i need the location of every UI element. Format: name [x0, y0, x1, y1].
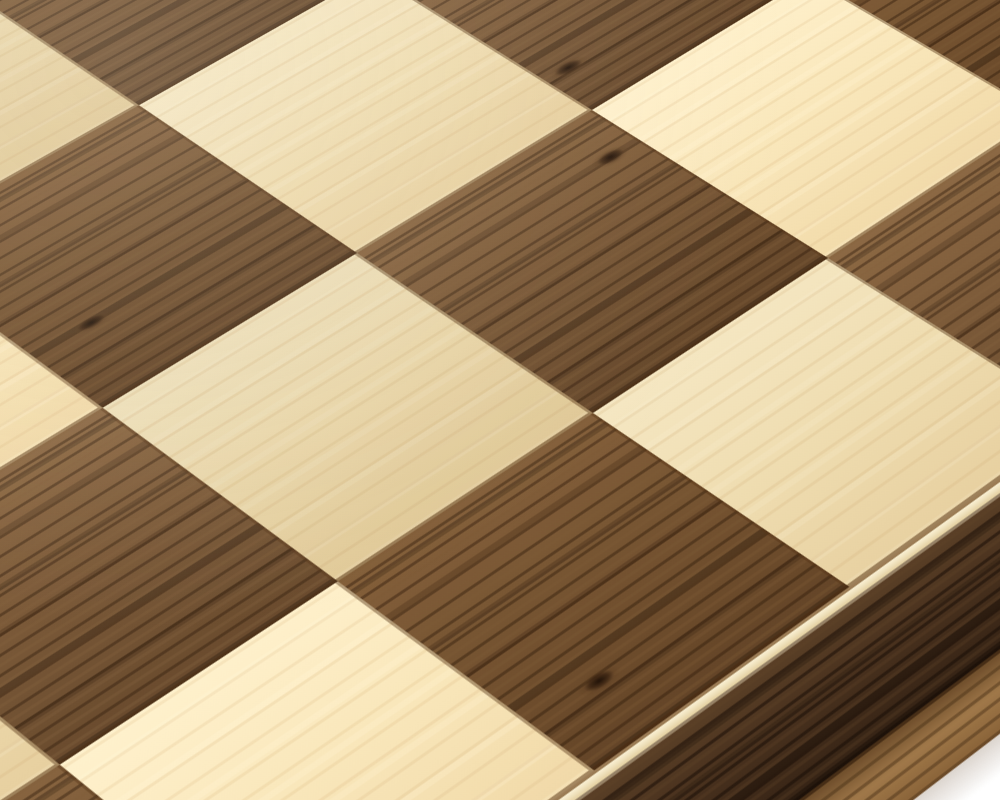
wood-knot — [585, 141, 635, 172]
wood-knot — [570, 661, 628, 702]
chessboard — [0, 0, 1000, 800]
wood-knot — [543, 52, 595, 83]
wood-knot — [66, 307, 116, 338]
board-photo — [0, 0, 1000, 800]
